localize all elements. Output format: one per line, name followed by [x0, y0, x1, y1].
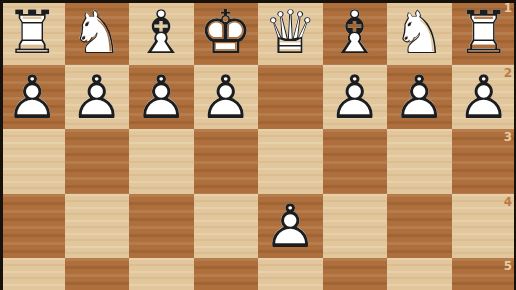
white-pawn-outline: ♙	[323, 65, 388, 130]
white-pawn[interactable]: ♟♙	[258, 194, 323, 259]
white-rook-outline: ♖	[0, 0, 65, 65]
white-pawn[interactable]: ♟♙	[129, 65, 194, 130]
white-pawn[interactable]: ♟♙	[323, 65, 388, 130]
square-a5[interactable]: 5	[452, 258, 516, 290]
square-f4[interactable]	[129, 194, 194, 259]
square-g1[interactable]: ♞♘	[65, 0, 130, 65]
square-a1[interactable]: ♜♖1	[452, 0, 516, 65]
white-bishop-outline: ♗	[129, 0, 194, 65]
square-c2[interactable]: ♟♙	[323, 65, 388, 130]
square-a2[interactable]: ♟♙2	[452, 65, 516, 130]
chess-board: ♜♖♞♘♝♗♚♔♛♕♝♗♞♘♜♖1♟♙♟♙♟♙♟♙♟♙♟♙♟♙23♟♙45	[0, 0, 516, 290]
white-king[interactable]: ♚♔	[194, 0, 259, 65]
square-g3[interactable]	[65, 129, 130, 194]
square-g2[interactable]: ♟♙	[65, 65, 130, 130]
rank-coordinate-2: 2	[504, 67, 512, 79]
square-b1[interactable]: ♞♘	[387, 0, 452, 65]
white-queen-outline: ♕	[258, 0, 323, 65]
square-e4[interactable]	[194, 194, 259, 259]
white-pawn-outline: ♙	[0, 65, 65, 130]
white-bishop[interactable]: ♝♗	[129, 0, 194, 65]
square-h4[interactable]	[0, 194, 65, 259]
rank-coordinate-4: 4	[504, 196, 512, 208]
rank-coordinate-1: 1	[504, 2, 512, 14]
white-knight-outline: ♘	[387, 0, 452, 65]
square-d4[interactable]: ♟♙	[258, 194, 323, 259]
white-knight[interactable]: ♞♘	[65, 0, 130, 65]
square-a3[interactable]: 3	[452, 129, 516, 194]
square-d5[interactable]	[258, 258, 323, 290]
square-g5[interactable]	[65, 258, 130, 290]
white-bishop-outline: ♗	[323, 0, 388, 65]
white-pawn-outline: ♙	[258, 194, 323, 259]
square-e5[interactable]	[194, 258, 259, 290]
white-pawn[interactable]: ♟♙	[194, 65, 259, 130]
square-e2[interactable]: ♟♙	[194, 65, 259, 130]
square-b4[interactable]	[387, 194, 452, 259]
white-pawn-outline: ♙	[65, 65, 130, 130]
rank-coordinate-3: 3	[504, 131, 512, 143]
square-g4[interactable]	[65, 194, 130, 259]
white-pawn-outline: ♙	[387, 65, 452, 130]
square-d3[interactable]	[258, 129, 323, 194]
white-knight-outline: ♘	[65, 0, 130, 65]
square-f5[interactable]	[129, 258, 194, 290]
square-d2[interactable]	[258, 65, 323, 130]
square-e3[interactable]	[194, 129, 259, 194]
square-f3[interactable]	[129, 129, 194, 194]
square-c3[interactable]	[323, 129, 388, 194]
square-h2[interactable]: ♟♙	[0, 65, 65, 130]
square-c1[interactable]: ♝♗	[323, 0, 388, 65]
square-b5[interactable]	[387, 258, 452, 290]
square-b2[interactable]: ♟♙	[387, 65, 452, 130]
square-b3[interactable]	[387, 129, 452, 194]
white-pawn[interactable]: ♟♙	[65, 65, 130, 130]
square-h5[interactable]	[0, 258, 65, 290]
rank-coordinate-5: 5	[504, 260, 512, 272]
square-a4[interactable]: 4	[452, 194, 516, 259]
square-d1[interactable]: ♛♕	[258, 0, 323, 65]
chess-app-viewport: ♜♖♞♘♝♗♚♔♛♕♝♗♞♘♜♖1♟♙♟♙♟♙♟♙♟♙♟♙♟♙23♟♙45	[0, 0, 516, 290]
square-h3[interactable]	[0, 129, 65, 194]
white-pawn[interactable]: ♟♙	[0, 65, 65, 130]
square-h1[interactable]: ♜♖	[0, 0, 65, 65]
white-queen[interactable]: ♛♕	[258, 0, 323, 65]
square-c5[interactable]	[323, 258, 388, 290]
white-pawn-outline: ♙	[194, 65, 259, 130]
square-e1[interactable]: ♚♔	[194, 0, 259, 65]
white-knight[interactable]: ♞♘	[387, 0, 452, 65]
white-king-outline: ♔	[194, 0, 259, 65]
square-f1[interactable]: ♝♗	[129, 0, 194, 65]
white-bishop[interactable]: ♝♗	[323, 0, 388, 65]
white-rook[interactable]: ♜♖	[0, 0, 65, 65]
white-pawn-outline: ♙	[129, 65, 194, 130]
square-c4[interactable]	[323, 194, 388, 259]
square-f2[interactable]: ♟♙	[129, 65, 194, 130]
white-pawn[interactable]: ♟♙	[387, 65, 452, 130]
